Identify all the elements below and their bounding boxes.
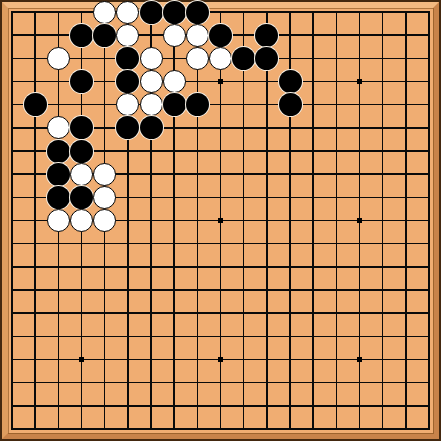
grid-line bbox=[11, 405, 429, 406]
grid-line bbox=[266, 11, 267, 429]
black-stone bbox=[70, 140, 93, 163]
white-stone bbox=[93, 1, 116, 24]
star-point bbox=[357, 79, 362, 84]
black-stone bbox=[140, 116, 163, 139]
white-stone bbox=[47, 116, 70, 139]
grid-line bbox=[11, 312, 429, 313]
white-stone bbox=[163, 70, 186, 93]
white-stone bbox=[93, 209, 116, 232]
white-stone bbox=[93, 163, 116, 186]
black-stone bbox=[116, 116, 139, 139]
black-stone bbox=[209, 24, 232, 47]
black-stone bbox=[116, 70, 139, 93]
star-point bbox=[357, 357, 362, 362]
black-stone bbox=[70, 70, 93, 93]
white-stone bbox=[186, 47, 209, 70]
black-stone bbox=[186, 93, 209, 116]
black-stone bbox=[255, 47, 278, 70]
white-stone bbox=[70, 163, 93, 186]
white-stone bbox=[140, 93, 163, 116]
white-stone bbox=[140, 47, 163, 70]
star-point bbox=[218, 218, 223, 223]
board-playing-surface[interactable] bbox=[0, 0, 441, 441]
black-stone bbox=[70, 186, 93, 209]
grid-line bbox=[428, 11, 429, 429]
black-stone bbox=[47, 186, 70, 209]
black-stone bbox=[186, 1, 209, 24]
grid-line bbox=[11, 289, 429, 290]
black-stone bbox=[47, 140, 70, 163]
grid-line bbox=[11, 243, 429, 244]
black-stone bbox=[140, 1, 163, 24]
grid-line bbox=[11, 336, 429, 337]
black-stone bbox=[279, 70, 302, 93]
white-stone bbox=[140, 70, 163, 93]
star-point bbox=[218, 79, 223, 84]
white-stone bbox=[93, 186, 116, 209]
black-stone bbox=[93, 24, 116, 47]
white-stone bbox=[70, 209, 93, 232]
grid-line bbox=[382, 11, 383, 429]
black-stone bbox=[232, 47, 255, 70]
grid-line bbox=[11, 266, 429, 267]
grid-line bbox=[312, 11, 313, 429]
black-stone bbox=[163, 1, 186, 24]
white-stone bbox=[116, 24, 139, 47]
white-stone bbox=[209, 47, 232, 70]
black-stone bbox=[47, 163, 70, 186]
white-stone bbox=[116, 1, 139, 24]
star-point bbox=[79, 357, 84, 362]
black-stone bbox=[279, 93, 302, 116]
white-stone bbox=[186, 24, 209, 47]
grid-line bbox=[405, 11, 406, 429]
black-stone bbox=[116, 47, 139, 70]
black-stone bbox=[70, 24, 93, 47]
go-board bbox=[0, 0, 441, 441]
white-stone bbox=[47, 47, 70, 70]
grid-line bbox=[243, 11, 244, 429]
black-stone bbox=[163, 93, 186, 116]
black-stone bbox=[255, 24, 278, 47]
white-stone bbox=[116, 93, 139, 116]
star-point bbox=[218, 357, 223, 362]
black-stone bbox=[70, 116, 93, 139]
white-stone bbox=[47, 209, 70, 232]
grid-line bbox=[336, 11, 337, 429]
star-point bbox=[357, 218, 362, 223]
grid-line bbox=[11, 382, 429, 383]
grid-line bbox=[11, 428, 429, 429]
black-stone bbox=[24, 93, 47, 116]
white-stone bbox=[163, 24, 186, 47]
